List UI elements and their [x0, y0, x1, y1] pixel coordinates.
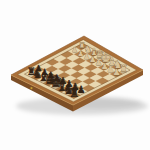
piece-white-rook: ♜	[119, 63, 128, 74]
chess-set-photo: ♜♞♟♝♟♛♟♚♟♝♟♞♟♟♜♟♟♜♟♟♞♟♝♟♛♟♚♟♝♟♞♜	[0, 0, 150, 150]
piece-white-pawn: ♟	[113, 67, 121, 77]
piece-black-rook: ♜	[69, 86, 80, 100]
brass-clasp	[30, 87, 32, 89]
chess-board-scene: ♜♞♟♝♟♛♟♚♟♝♟♞♟♟♜♟♟♜♟♟♞♟♝♟♛♟♚♟♝♟♞♜	[0, 0, 150, 150]
